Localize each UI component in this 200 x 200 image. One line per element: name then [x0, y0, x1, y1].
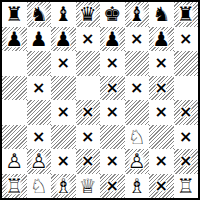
square-e4[interactable]: ×: [100, 100, 125, 125]
x-mark-icon: ×: [155, 55, 168, 71]
white-knight-icon: ♘: [128, 127, 146, 147]
square-e6[interactable]: ×: [100, 51, 125, 76]
x-mark-icon: ×: [81, 31, 94, 47]
white-rook-icon: ♖: [4, 175, 24, 197]
x-mark-icon: ×: [32, 80, 45, 96]
x-mark-icon: ×: [130, 80, 143, 96]
x-mark-icon: ×: [106, 55, 119, 71]
square-f7[interactable]: ×: [125, 27, 150, 52]
black-pawn-icon: ♟: [4, 28, 24, 50]
square-c6[interactable]: ×: [51, 51, 76, 76]
x-mark-icon: ×: [179, 129, 192, 145]
square-g3[interactable]: [149, 125, 174, 150]
white-pawn-icon: ♙: [29, 150, 49, 172]
black-bishop-icon: ♝: [54, 4, 72, 24]
x-mark-icon: ×: [179, 153, 192, 169]
square-e7[interactable]: ♟: [100, 27, 125, 52]
square-f1[interactable]: ♗: [125, 174, 150, 199]
x-mark-icon: ×: [106, 153, 119, 169]
square-g1[interactable]: ×: [149, 174, 174, 199]
square-b4[interactable]: [27, 100, 52, 125]
x-mark-icon: ×: [106, 178, 119, 194]
square-e8[interactable]: ♚: [100, 2, 125, 27]
black-rook-icon: ♜: [5, 4, 23, 24]
x-mark-icon: ×: [81, 153, 94, 169]
square-a8[interactable]: ♜: [2, 2, 27, 27]
black-bishop-icon: ♝: [127, 3, 147, 25]
square-a1[interactable]: ♖: [2, 174, 27, 199]
square-f6[interactable]: [125, 51, 150, 76]
square-d8[interactable]: ♛: [76, 2, 101, 27]
square-d3[interactable]: ×: [76, 125, 101, 150]
x-mark-icon: ×: [57, 55, 70, 71]
square-d2[interactable]: ×: [76, 149, 101, 174]
square-c5[interactable]: [51, 76, 76, 101]
square-c3[interactable]: [51, 125, 76, 150]
square-h8[interactable]: ♜: [174, 2, 199, 27]
black-pawn-icon: ♟: [30, 29, 48, 49]
square-d1[interactable]: ♕: [76, 174, 101, 199]
chess-board: ♜♞♝♛♚♝♞♜♟♟♟×♟×♟×××××××××××××××♘×♙♙×××♙××…: [0, 0, 200, 200]
square-e2[interactable]: ×: [100, 149, 125, 174]
square-e3[interactable]: [100, 125, 125, 150]
square-h6[interactable]: [174, 51, 199, 76]
black-rook-icon: ♜: [176, 3, 196, 25]
square-f4[interactable]: [125, 100, 150, 125]
square-h3[interactable]: ×: [174, 125, 199, 150]
square-a7[interactable]: ♟: [2, 27, 27, 52]
square-d5[interactable]: [76, 76, 101, 101]
black-pawn-icon: ♟: [53, 28, 73, 50]
white-bishop-icon: ♗: [53, 175, 73, 197]
white-pawn-icon: ♙: [5, 151, 23, 171]
square-d6[interactable]: [76, 51, 101, 76]
square-a4[interactable]: [2, 100, 27, 125]
square-a3[interactable]: [2, 125, 27, 150]
x-mark-icon: ×: [106, 104, 119, 120]
square-f5[interactable]: ×: [125, 76, 150, 101]
square-e5[interactable]: ×: [100, 76, 125, 101]
square-g5[interactable]: ×: [149, 76, 174, 101]
x-mark-icon: ×: [57, 104, 70, 120]
x-mark-icon: ×: [179, 31, 192, 47]
square-c2[interactable]: ×: [51, 149, 76, 174]
square-h4[interactable]: ×: [174, 100, 199, 125]
x-mark-icon: ×: [81, 104, 94, 120]
x-mark-icon: ×: [130, 31, 143, 47]
square-g6[interactable]: ×: [149, 51, 174, 76]
square-b6[interactable]: [27, 51, 52, 76]
square-f8[interactable]: ♝: [125, 2, 150, 27]
white-pawn-icon: ♙: [127, 150, 147, 172]
x-mark-icon: ×: [155, 178, 168, 194]
x-mark-icon: ×: [106, 80, 119, 96]
square-f2[interactable]: ♙: [125, 149, 150, 174]
square-b2[interactable]: ♙: [27, 149, 52, 174]
square-c1[interactable]: ♗: [51, 174, 76, 199]
black-king-icon: ♚: [103, 4, 121, 24]
square-e1[interactable]: ×: [100, 174, 125, 199]
square-c7[interactable]: ♟: [51, 27, 76, 52]
x-mark-icon: ×: [155, 80, 168, 96]
square-h5[interactable]: [174, 76, 199, 101]
square-g4[interactable]: ×: [149, 100, 174, 125]
square-h1[interactable]: ♖: [174, 174, 199, 199]
x-mark-icon: ×: [155, 104, 168, 120]
x-mark-icon: ×: [179, 104, 192, 120]
square-c8[interactable]: ♝: [51, 2, 76, 27]
square-a2[interactable]: ♙: [2, 149, 27, 174]
square-b8[interactable]: ♞: [27, 2, 52, 27]
square-b1[interactable]: ♘: [27, 174, 52, 199]
square-d7[interactable]: ×: [76, 27, 101, 52]
white-rook-icon: ♖: [177, 176, 195, 196]
black-knight-icon: ♞: [29, 3, 49, 25]
square-d4[interactable]: ×: [76, 100, 101, 125]
x-mark-icon: ×: [81, 129, 94, 145]
square-a6[interactable]: [2, 51, 27, 76]
white-queen-icon: ♕: [79, 176, 97, 196]
square-h7[interactable]: ×: [174, 27, 199, 52]
square-b5[interactable]: ×: [27, 76, 52, 101]
white-knight-icon: ♘: [30, 176, 48, 196]
square-a5[interactable]: [2, 76, 27, 101]
black-queen-icon: ♛: [78, 3, 98, 25]
square-g8[interactable]: ♞: [149, 2, 174, 27]
square-f3[interactable]: ♘: [125, 125, 150, 150]
x-mark-icon: ×: [57, 153, 70, 169]
black-knight-icon: ♞: [152, 4, 170, 24]
black-pawn-icon: ♟: [151, 28, 171, 50]
black-pawn-icon: ♟: [102, 28, 122, 50]
white-bishop-icon: ♗: [128, 176, 146, 196]
x-mark-icon: ×: [155, 153, 168, 169]
square-g7[interactable]: ♟: [149, 27, 174, 52]
square-b7[interactable]: ♟: [27, 27, 52, 52]
square-h2[interactable]: ×: [174, 149, 199, 174]
square-b3[interactable]: ×: [27, 125, 52, 150]
square-g2[interactable]: ×: [149, 149, 174, 174]
square-c4[interactable]: ×: [51, 100, 76, 125]
x-mark-icon: ×: [32, 129, 45, 145]
